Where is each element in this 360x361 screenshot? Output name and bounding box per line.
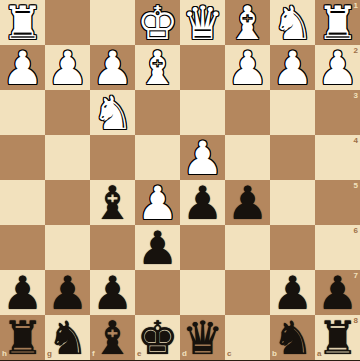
piece-white-queen[interactable]: ♛ — [180, 0, 225, 45]
square-h2[interactable]: ♟ — [0, 45, 45, 90]
square-e8[interactable]: ♚e — [135, 315, 180, 360]
file-label-a: a — [317, 350, 321, 358]
piece-white-pawn[interactable]: ♟ — [90, 45, 135, 90]
piece-black-pawn[interactable]: ♟ — [90, 270, 135, 315]
piece-white-bishop[interactable]: ♝ — [135, 45, 180, 90]
square-c7[interactable] — [225, 270, 270, 315]
square-f1[interactable] — [90, 0, 135, 45]
piece-white-pawn[interactable]: ♟ — [45, 45, 90, 90]
square-a5[interactable]: 5 — [315, 180, 360, 225]
square-f6[interactable] — [90, 225, 135, 270]
square-e6[interactable]: ♟ — [135, 225, 180, 270]
square-d1[interactable]: ♛ — [180, 0, 225, 45]
piece-black-pawn[interactable]: ♟ — [0, 270, 45, 315]
file-label-g: g — [47, 350, 52, 358]
rank-label-7: 7 — [354, 272, 358, 280]
file-label-b: b — [272, 350, 277, 358]
square-c5[interactable]: ♟ — [225, 180, 270, 225]
piece-black-bishop[interactable]: ♝ — [90, 315, 135, 360]
square-g4[interactable] — [45, 135, 90, 180]
chess-board: ♜♚♛♝♞♜1♟♟♟♝♟♟♟2♞3♟4♝♟♟♟5♟6♟♟♟♟♟7♜h♞g♝f♚e… — [0, 0, 360, 360]
square-a2[interactable]: ♟2 — [315, 45, 360, 90]
square-c6[interactable] — [225, 225, 270, 270]
file-label-d: d — [182, 350, 187, 358]
piece-white-pawn[interactable]: ♟ — [270, 45, 315, 90]
rank-label-8: 8 — [354, 317, 358, 325]
square-e2[interactable]: ♝ — [135, 45, 180, 90]
square-g7[interactable]: ♟ — [45, 270, 90, 315]
square-g5[interactable] — [45, 180, 90, 225]
square-d6[interactable] — [180, 225, 225, 270]
square-g8[interactable]: ♞g — [45, 315, 90, 360]
square-h1[interactable]: ♜ — [0, 0, 45, 45]
square-c2[interactable]: ♟ — [225, 45, 270, 90]
square-a1[interactable]: ♜1 — [315, 0, 360, 45]
piece-white-pawn[interactable]: ♟ — [180, 135, 225, 180]
piece-white-king[interactable]: ♚ — [135, 0, 180, 45]
square-f8[interactable]: ♝f — [90, 315, 135, 360]
rank-label-1: 1 — [354, 2, 358, 10]
square-d8[interactable]: ♛d — [180, 315, 225, 360]
square-g1[interactable] — [45, 0, 90, 45]
file-label-e: e — [137, 350, 141, 358]
piece-white-pawn[interactable]: ♟ — [225, 45, 270, 90]
square-h7[interactable]: ♟ — [0, 270, 45, 315]
rank-label-4: 4 — [354, 137, 358, 145]
square-b1[interactable]: ♞ — [270, 0, 315, 45]
piece-white-knight[interactable]: ♞ — [90, 90, 135, 135]
piece-black-pawn[interactable]: ♟ — [180, 180, 225, 225]
piece-black-pawn[interactable]: ♟ — [270, 270, 315, 315]
square-b7[interactable]: ♟ — [270, 270, 315, 315]
square-f5[interactable]: ♝ — [90, 180, 135, 225]
piece-black-pawn[interactable]: ♟ — [135, 225, 180, 270]
piece-white-pawn[interactable]: ♟ — [135, 180, 180, 225]
square-h5[interactable] — [0, 180, 45, 225]
file-label-h: h — [2, 350, 7, 358]
square-d2[interactable] — [180, 45, 225, 90]
rank-label-2: 2 — [354, 47, 358, 55]
square-b3[interactable] — [270, 90, 315, 135]
square-f4[interactable] — [90, 135, 135, 180]
square-e7[interactable] — [135, 270, 180, 315]
square-f3[interactable]: ♞ — [90, 90, 135, 135]
square-e1[interactable]: ♚ — [135, 0, 180, 45]
piece-white-knight[interactable]: ♞ — [270, 0, 315, 45]
square-h8[interactable]: ♜h — [0, 315, 45, 360]
square-f7[interactable]: ♟ — [90, 270, 135, 315]
square-h6[interactable] — [0, 225, 45, 270]
square-a3[interactable]: 3 — [315, 90, 360, 135]
piece-black-king[interactable]: ♚ — [135, 315, 180, 360]
square-b6[interactable] — [270, 225, 315, 270]
square-d4[interactable]: ♟ — [180, 135, 225, 180]
square-g2[interactable]: ♟ — [45, 45, 90, 90]
rank-label-6: 6 — [354, 227, 358, 235]
file-label-f: f — [92, 350, 95, 358]
piece-black-pawn[interactable]: ♟ — [225, 180, 270, 225]
piece-black-bishop[interactable]: ♝ — [90, 180, 135, 225]
square-d5[interactable]: ♟ — [180, 180, 225, 225]
square-h4[interactable] — [0, 135, 45, 180]
square-h3[interactable] — [0, 90, 45, 135]
square-g3[interactable] — [45, 90, 90, 135]
file-label-c: c — [227, 350, 231, 358]
square-c3[interactable] — [225, 90, 270, 135]
square-d3[interactable] — [180, 90, 225, 135]
square-a4[interactable]: 4 — [315, 135, 360, 180]
square-b4[interactable] — [270, 135, 315, 180]
square-b8[interactable]: ♞b — [270, 315, 315, 360]
square-c4[interactable] — [225, 135, 270, 180]
square-c1[interactable]: ♝ — [225, 0, 270, 45]
piece-white-rook[interactable]: ♜ — [0, 0, 45, 45]
square-e5[interactable]: ♟ — [135, 180, 180, 225]
square-a6[interactable]: 6 — [315, 225, 360, 270]
square-a7[interactable]: ♟7 — [315, 270, 360, 315]
piece-white-pawn[interactable]: ♟ — [0, 45, 45, 90]
piece-white-bishop[interactable]: ♝ — [225, 0, 270, 45]
square-e3[interactable] — [135, 90, 180, 135]
square-f2[interactable]: ♟ — [90, 45, 135, 90]
square-d7[interactable] — [180, 270, 225, 315]
rank-label-5: 5 — [354, 182, 358, 190]
rank-label-3: 3 — [354, 92, 358, 100]
square-b5[interactable] — [270, 180, 315, 225]
piece-black-pawn[interactable]: ♟ — [45, 270, 90, 315]
square-a8[interactable]: ♜8a — [315, 315, 360, 360]
square-b2[interactable]: ♟ — [270, 45, 315, 90]
square-g6[interactable] — [45, 225, 90, 270]
square-e4[interactable] — [135, 135, 180, 180]
square-c8[interactable]: c — [225, 315, 270, 360]
